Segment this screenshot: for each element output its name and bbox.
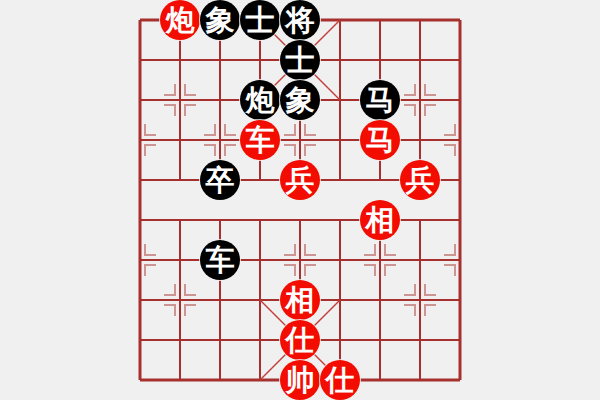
board-point-i2[interactable] bbox=[440, 320, 480, 360]
board-point-a4[interactable] bbox=[120, 240, 160, 280]
piece-black-advisor[interactable]: 士 bbox=[280, 40, 320, 80]
board-point-d9[interactable] bbox=[240, 40, 280, 80]
board-point-e3[interactable]: 相 bbox=[280, 280, 320, 320]
piece-black-elephant[interactable]: 象 bbox=[280, 80, 320, 120]
board-point-i5[interactable] bbox=[440, 200, 480, 240]
board-point-a5[interactable] bbox=[120, 200, 160, 240]
board-point-c10[interactable]: 象 bbox=[200, 0, 240, 40]
piece-black-cannon[interactable]: 炮 bbox=[240, 80, 280, 120]
board-point-a1[interactable] bbox=[120, 360, 160, 400]
board-point-g10[interactable] bbox=[360, 0, 400, 40]
xiangqi-board-screen: 炮象士将士炮象马车马卒兵兵相车相仕帅仕 bbox=[0, 0, 600, 400]
board-point-d4[interactable] bbox=[240, 240, 280, 280]
piece-red-elephant[interactable]: 相 bbox=[280, 280, 320, 320]
board-point-c3[interactable] bbox=[200, 280, 240, 320]
board-point-c8[interactable] bbox=[200, 80, 240, 120]
board-point-e6[interactable]: 兵 bbox=[280, 160, 320, 200]
board-point-i3[interactable] bbox=[440, 280, 480, 320]
piece-black-horse[interactable]: 马 bbox=[360, 80, 400, 120]
board-point-i9[interactable] bbox=[440, 40, 480, 80]
board-point-a10[interactable] bbox=[120, 0, 160, 40]
board-point-h7[interactable] bbox=[400, 120, 440, 160]
board-point-f10[interactable] bbox=[320, 0, 360, 40]
board-point-b5[interactable] bbox=[160, 200, 200, 240]
piece-black-advisor[interactable]: 士 bbox=[240, 0, 280, 40]
board-point-g5[interactable]: 相 bbox=[360, 200, 400, 240]
board-point-a3[interactable] bbox=[120, 280, 160, 320]
board-point-g2[interactable] bbox=[360, 320, 400, 360]
board-point-d10[interactable]: 士 bbox=[240, 0, 280, 40]
piece-red-advisor[interactable]: 仕 bbox=[280, 320, 320, 360]
board-point-g6[interactable] bbox=[360, 160, 400, 200]
board-point-e8[interactable]: 象 bbox=[280, 80, 320, 120]
board-point-f4[interactable] bbox=[320, 240, 360, 280]
piece-red-horse[interactable]: 马 bbox=[360, 120, 400, 160]
board-point-e10[interactable]: 将 bbox=[280, 0, 320, 40]
board-point-a2[interactable] bbox=[120, 320, 160, 360]
board-point-c9[interactable] bbox=[200, 40, 240, 80]
board-point-f8[interactable] bbox=[320, 80, 360, 120]
board-point-g7[interactable]: 马 bbox=[360, 120, 400, 160]
board-point-h4[interactable] bbox=[400, 240, 440, 280]
board-point-h1[interactable] bbox=[400, 360, 440, 400]
board-point-f6[interactable] bbox=[320, 160, 360, 200]
board-point-i6[interactable] bbox=[440, 160, 480, 200]
board-point-b8[interactable] bbox=[160, 80, 200, 120]
board-point-e1[interactable]: 帅 bbox=[280, 360, 320, 400]
board-point-e9[interactable]: 士 bbox=[280, 40, 320, 80]
board-point-g4[interactable] bbox=[360, 240, 400, 280]
board-point-g8[interactable]: 马 bbox=[360, 80, 400, 120]
board-point-b6[interactable] bbox=[160, 160, 200, 200]
board-point-f9[interactable] bbox=[320, 40, 360, 80]
board-point-d3[interactable] bbox=[240, 280, 280, 320]
board-point-d5[interactable] bbox=[240, 200, 280, 240]
board-point-b2[interactable] bbox=[160, 320, 200, 360]
board-point-b7[interactable] bbox=[160, 120, 200, 160]
board-point-d2[interactable] bbox=[240, 320, 280, 360]
board-point-h5[interactable] bbox=[400, 200, 440, 240]
piece-black-chariot[interactable]: 车 bbox=[200, 240, 240, 280]
board-point-f1[interactable]: 仕 bbox=[320, 360, 360, 400]
board-point-c4[interactable]: 车 bbox=[200, 240, 240, 280]
board-point-f3[interactable] bbox=[320, 280, 360, 320]
board-point-c6[interactable]: 卒 bbox=[200, 160, 240, 200]
board-point-h3[interactable] bbox=[400, 280, 440, 320]
board-point-h9[interactable] bbox=[400, 40, 440, 80]
board-point-c5[interactable] bbox=[200, 200, 240, 240]
board-point-f5[interactable] bbox=[320, 200, 360, 240]
board-point-e4[interactable] bbox=[280, 240, 320, 280]
board-point-d8[interactable]: 炮 bbox=[240, 80, 280, 120]
board-point-f2[interactable] bbox=[320, 320, 360, 360]
piece-red-advisor[interactable]: 仕 bbox=[320, 360, 360, 400]
board-point-h10[interactable] bbox=[400, 0, 440, 40]
board-point-g9[interactable] bbox=[360, 40, 400, 80]
board-point-d7[interactable]: 车 bbox=[240, 120, 280, 160]
board-point-i7[interactable] bbox=[440, 120, 480, 160]
piece-red-cannon[interactable]: 炮 bbox=[160, 0, 200, 40]
board-point-d6[interactable] bbox=[240, 160, 280, 200]
board-point-i1[interactable] bbox=[440, 360, 480, 400]
piece-red-general[interactable]: 帅 bbox=[280, 360, 320, 400]
board-point-c7[interactable] bbox=[200, 120, 240, 160]
board-point-c2[interactable] bbox=[200, 320, 240, 360]
board-point-a7[interactable] bbox=[120, 120, 160, 160]
board-point-h2[interactable] bbox=[400, 320, 440, 360]
board-point-a8[interactable] bbox=[120, 80, 160, 120]
board-point-e7[interactable] bbox=[280, 120, 320, 160]
piece-red-soldier[interactable]: 兵 bbox=[280, 160, 320, 200]
board-point-i10[interactable] bbox=[440, 0, 480, 40]
piece-red-soldier[interactable]: 兵 bbox=[400, 160, 440, 200]
board-point-a9[interactable] bbox=[120, 40, 160, 80]
board-point-a6[interactable] bbox=[120, 160, 160, 200]
board-point-h6[interactable]: 兵 bbox=[400, 160, 440, 200]
board-point-h8[interactable] bbox=[400, 80, 440, 120]
piece-black-elephant[interactable]: 象 bbox=[200, 0, 240, 40]
board-point-i8[interactable] bbox=[440, 80, 480, 120]
board-point-b1[interactable] bbox=[160, 360, 200, 400]
board-point-g1[interactable] bbox=[360, 360, 400, 400]
board-point-e2[interactable]: 仕 bbox=[280, 320, 320, 360]
board-point-c1[interactable] bbox=[200, 360, 240, 400]
piece-red-elephant[interactable]: 相 bbox=[360, 200, 400, 240]
piece-black-soldier[interactable]: 卒 bbox=[200, 160, 240, 200]
board-point-i4[interactable] bbox=[440, 240, 480, 280]
board-point-b4[interactable] bbox=[160, 240, 200, 280]
xiangqi-board[interactable]: 炮象士将士炮象马车马卒兵兵相车相仕帅仕 bbox=[120, 0, 480, 400]
board-point-f7[interactable] bbox=[320, 120, 360, 160]
piece-red-chariot[interactable]: 车 bbox=[240, 120, 280, 160]
board-point-b3[interactable] bbox=[160, 280, 200, 320]
board-point-e5[interactable] bbox=[280, 200, 320, 240]
board-point-b9[interactable] bbox=[160, 40, 200, 80]
piece-black-general[interactable]: 将 bbox=[280, 0, 320, 40]
board-point-g3[interactable] bbox=[360, 280, 400, 320]
board-point-d1[interactable] bbox=[240, 360, 280, 400]
board-point-b10[interactable]: 炮 bbox=[160, 0, 200, 40]
